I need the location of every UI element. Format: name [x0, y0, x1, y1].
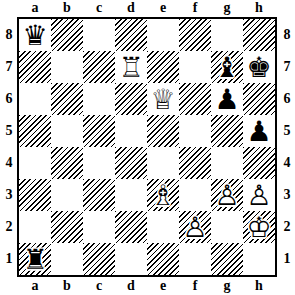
rank-label-4-left: 4 [1, 147, 17, 179]
square-c7[interactable] [83, 51, 115, 83]
file-labels-top: abcdefgh [19, 0, 275, 16]
file-label-f-bottom: f [179, 278, 211, 294]
chess-board: ♛♛♜♖♝♝♚♚♛♕♟♟♟♟♝♗♟♙♟♙♟♙♚♔♜♜ [17, 17, 277, 277]
square-g3[interactable]: ♟♙ [211, 179, 243, 211]
rank-label-2-left: 2 [1, 211, 17, 243]
square-e4[interactable] [147, 147, 179, 179]
square-a4[interactable] [19, 147, 51, 179]
rank-label-8-left: 8 [1, 19, 17, 51]
rank-labels-left: 87654321 [1, 19, 17, 275]
square-d3[interactable] [115, 179, 147, 211]
file-labels-bottom: abcdefgh [19, 278, 275, 294]
square-f8[interactable] [179, 19, 211, 51]
square-d5[interactable] [115, 115, 147, 147]
rank-label-6-right: 6 [279, 83, 295, 115]
square-a1[interactable]: ♜♜ [19, 243, 51, 275]
square-g6[interactable]: ♟♟ [211, 83, 243, 115]
square-e5[interactable] [147, 115, 179, 147]
black-bishop-glyph: ♝ [211, 51, 243, 83]
square-b8[interactable] [51, 19, 83, 51]
square-f7[interactable] [179, 51, 211, 83]
rank-label-2-right: 2 [279, 211, 295, 243]
square-f2[interactable]: ♟♙ [179, 211, 211, 243]
white-queen-glyph: ♕ [147, 83, 179, 115]
white-pawn-glyph: ♙ [243, 179, 275, 211]
square-c2[interactable] [83, 211, 115, 243]
square-b5[interactable] [51, 115, 83, 147]
rank-label-5-left: 5 [1, 115, 17, 147]
piece-white-queen[interactable]: ♛♕ [147, 83, 179, 115]
square-g2[interactable] [211, 211, 243, 243]
chess-diagram: abcdefgh 87654321 ♛♛♜♖♝♝♚♚♛♕♟♟♟♟♝♗♟♙♟♙♟♙… [0, 0, 295, 295]
square-d6[interactable] [115, 83, 147, 115]
square-c6[interactable] [83, 83, 115, 115]
file-label-c-bottom: c [83, 278, 115, 294]
file-label-g-top: g [211, 0, 243, 16]
square-b6[interactable] [51, 83, 83, 115]
square-g5[interactable] [211, 115, 243, 147]
square-b4[interactable] [51, 147, 83, 179]
square-h1[interactable] [243, 243, 275, 275]
white-rook-glyph: ♖ [115, 51, 147, 83]
square-a6[interactable] [19, 83, 51, 115]
file-label-a-bottom: a [19, 278, 51, 294]
file-label-h-top: h [243, 0, 275, 16]
square-g4[interactable] [211, 147, 243, 179]
piece-black-king[interactable]: ♚♚ [243, 51, 275, 83]
square-d1[interactable] [115, 243, 147, 275]
file-label-e-top: e [147, 0, 179, 16]
rank-label-4-right: 4 [279, 147, 295, 179]
file-label-g-bottom: g [211, 278, 243, 294]
square-f6[interactable] [179, 83, 211, 115]
square-e1[interactable] [147, 243, 179, 275]
square-h8[interactable] [243, 19, 275, 51]
square-d8[interactable] [115, 19, 147, 51]
square-e7[interactable] [147, 51, 179, 83]
black-pawn-glyph: ♟ [211, 83, 243, 115]
rank-label-1-right: 1 [279, 243, 295, 275]
rank-label-3-left: 3 [1, 179, 17, 211]
piece-white-pawn[interactable]: ♟♙ [211, 179, 243, 211]
square-h5[interactable]: ♟♟ [243, 115, 275, 147]
square-e8[interactable] [147, 19, 179, 51]
square-g7[interactable]: ♝♝ [211, 51, 243, 83]
square-g8[interactable] [211, 19, 243, 51]
square-b2[interactable] [51, 211, 83, 243]
rank-label-5-right: 5 [279, 115, 295, 147]
square-c1[interactable] [83, 243, 115, 275]
rank-labels-right: 87654321 [279, 19, 295, 275]
square-f1[interactable] [179, 243, 211, 275]
square-g1[interactable] [211, 243, 243, 275]
square-h6[interactable] [243, 83, 275, 115]
square-e2[interactable] [147, 211, 179, 243]
file-label-c-top: c [83, 0, 115, 16]
square-f3[interactable] [179, 179, 211, 211]
file-label-b-bottom: b [51, 278, 83, 294]
file-label-e-bottom: e [147, 278, 179, 294]
square-h2[interactable]: ♚♔ [243, 211, 275, 243]
square-c3[interactable] [83, 179, 115, 211]
file-label-a-top: a [19, 0, 51, 16]
square-a7[interactable] [19, 51, 51, 83]
square-a2[interactable] [19, 211, 51, 243]
square-c4[interactable] [83, 147, 115, 179]
white-pawn-glyph: ♙ [211, 179, 243, 211]
square-a3[interactable] [19, 179, 51, 211]
square-e3[interactable]: ♝♗ [147, 179, 179, 211]
square-b1[interactable] [51, 243, 83, 275]
rank-label-8-right: 8 [279, 19, 295, 51]
piece-black-rook[interactable]: ♜♜ [19, 243, 51, 275]
file-label-d-top: d [115, 0, 147, 16]
black-king-glyph: ♚ [243, 51, 275, 83]
square-d4[interactable] [115, 147, 147, 179]
white-king-glyph: ♔ [243, 211, 275, 243]
piece-white-bishop[interactable]: ♝♗ [147, 179, 179, 211]
file-label-h-bottom: h [243, 278, 275, 294]
black-rook-glyph: ♜ [19, 243, 51, 275]
piece-black-pawn[interactable]: ♟♟ [243, 115, 275, 147]
square-a5[interactable] [19, 115, 51, 147]
white-pawn-glyph: ♙ [179, 211, 211, 243]
black-queen-glyph: ♛ [19, 19, 51, 51]
piece-black-queen[interactable]: ♛♛ [19, 19, 51, 51]
piece-white-pawn[interactable]: ♟♙ [179, 211, 211, 243]
square-d2[interactable] [115, 211, 147, 243]
rank-label-1-left: 1 [1, 243, 17, 275]
square-b7[interactable] [51, 51, 83, 83]
white-bishop-glyph: ♗ [147, 179, 179, 211]
square-c8[interactable] [83, 19, 115, 51]
file-label-b-top: b [51, 0, 83, 16]
square-f4[interactable] [179, 147, 211, 179]
rank-label-7-right: 7 [279, 51, 295, 83]
square-h3[interactable]: ♟♙ [243, 179, 275, 211]
square-c5[interactable] [83, 115, 115, 147]
black-pawn-glyph: ♟ [243, 115, 275, 147]
piece-white-rook[interactable]: ♜♖ [115, 51, 147, 83]
file-label-d-bottom: d [115, 278, 147, 294]
square-b3[interactable] [51, 179, 83, 211]
rank-label-7-left: 7 [1, 51, 17, 83]
square-d7[interactable]: ♜♖ [115, 51, 147, 83]
square-f5[interactable] [179, 115, 211, 147]
square-h7[interactable]: ♚♚ [243, 51, 275, 83]
piece-black-bishop[interactable]: ♝♝ [211, 51, 243, 83]
square-a8[interactable]: ♛♛ [19, 19, 51, 51]
piece-white-pawn[interactable]: ♟♙ [243, 179, 275, 211]
file-label-f-top: f [179, 0, 211, 16]
piece-black-pawn[interactable]: ♟♟ [211, 83, 243, 115]
piece-white-king[interactable]: ♚♔ [243, 211, 275, 243]
square-h4[interactable] [243, 147, 275, 179]
rank-label-3-right: 3 [279, 179, 295, 211]
square-e6[interactable]: ♛♕ [147, 83, 179, 115]
rank-label-6-left: 6 [1, 83, 17, 115]
